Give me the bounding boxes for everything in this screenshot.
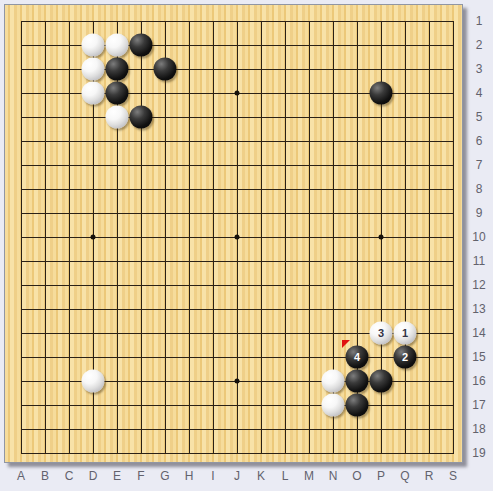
star-point [379,235,384,240]
row-label-9: 9 [476,206,483,220]
board-grid[interactable]: 3142 [21,21,454,454]
row-label-8: 8 [476,182,483,196]
column-label-N: N [329,469,338,484]
row-label-15: 15 [472,350,485,364]
go-board[interactable]: 3142 [4,4,463,463]
row-label-4: 4 [476,86,483,100]
column-label-Q: Q [400,469,409,484]
stone-move-number: 4 [354,352,360,363]
white-stone-E5[interactable] [106,106,129,129]
row-label-13: 13 [472,302,485,316]
black-stone-F2[interactable] [130,34,153,57]
row-label-19: 19 [472,446,485,460]
white-stone-D3[interactable] [82,58,105,81]
row-label-3: 3 [476,62,483,76]
row-label-14: 14 [472,326,485,340]
black-stone-P16[interactable] [370,370,393,393]
column-label-B: B [41,469,49,484]
black-stone-O17[interactable] [346,394,369,417]
column-label-M: M [304,469,314,484]
column-label-E: E [113,469,121,484]
row-label-16: 16 [472,374,485,388]
column-label-O: O [352,469,361,484]
white-stone-N17[interactable] [322,394,345,417]
column-label-J: J [234,469,240,484]
column-label-I: I [211,469,214,484]
star-point [235,235,240,240]
column-label-G: G [160,469,169,484]
go-board-applet: 3142 ABCDEFGHIJKLMNOPQRS 123456789101112… [0,0,493,491]
column-label-S: S [449,469,457,484]
black-stone-E3[interactable] [106,58,129,81]
white-stone-E2[interactable] [106,34,129,57]
white-stone-N16[interactable] [322,370,345,393]
stone-move-number: 1 [402,328,408,339]
white-stone-D16[interactable] [82,370,105,393]
black-stone-O15[interactable]: 4 [346,346,369,369]
column-label-H: H [185,469,194,484]
row-label-1: 1 [476,14,483,28]
star-point [235,91,240,96]
white-stone-P14[interactable]: 3 [370,322,393,345]
stone-move-number: 2 [402,352,408,363]
column-label-D: D [89,469,98,484]
white-stone-D4[interactable] [82,82,105,105]
column-label-K: K [257,469,265,484]
white-stone-D2[interactable] [82,34,105,57]
column-label-L: L [282,469,289,484]
star-point [235,379,240,384]
last-move-marker [342,340,350,348]
column-label-P: P [377,469,385,484]
black-stone-G3[interactable] [154,58,177,81]
black-stone-O16[interactable] [346,370,369,393]
row-label-17: 17 [472,398,485,412]
stone-move-number: 3 [378,328,384,339]
row-label-18: 18 [472,422,485,436]
row-label-11: 11 [473,254,485,268]
row-label-10: 10 [472,230,485,244]
star-point [91,235,96,240]
row-label-6: 6 [476,134,483,148]
row-label-7: 7 [476,158,483,172]
row-label-2: 2 [476,38,483,52]
column-label-C: C [65,469,74,484]
column-label-F: F [137,469,144,484]
black-stone-Q15[interactable]: 2 [394,346,417,369]
white-stone-Q14[interactable]: 1 [394,322,417,345]
column-label-A: A [17,469,25,484]
black-stone-P4[interactable] [370,82,393,105]
black-stone-E4[interactable] [106,82,129,105]
black-stone-F5[interactable] [130,106,153,129]
row-label-5: 5 [476,110,483,124]
column-label-R: R [425,469,434,484]
row-label-12: 12 [472,278,485,292]
